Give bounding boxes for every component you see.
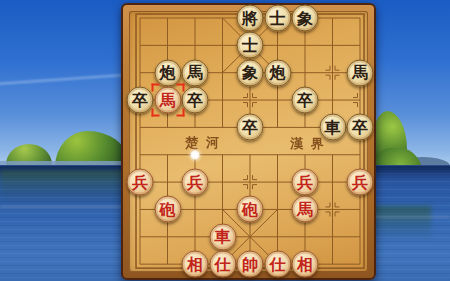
piece-red-horse[interactable]: 馬 <box>154 87 181 114</box>
piece-red-soldier[interactable]: 兵 <box>127 169 154 196</box>
piece-red-advisor[interactable]: 仕 <box>264 251 291 278</box>
piece-red-soldier[interactable]: 兵 <box>347 169 374 196</box>
tree-reflection-left <box>0 170 132 206</box>
piece-black-soldier[interactable]: 卒 <box>237 114 264 141</box>
xiangqi-board[interactable]: 楚河 漢界 將士象士炮馬象炮馬卒卒卒卒車卒馬兵兵兵兵砲砲馬車相仕帥仕相 <box>121 3 376 280</box>
piece-red-general[interactable]: 帥 <box>237 251 264 278</box>
piece-red-horse[interactable]: 馬 <box>292 196 319 223</box>
piece-red-chariot[interactable]: 車 <box>209 223 236 250</box>
piece-red-soldier[interactable]: 兵 <box>182 169 209 196</box>
piece-black-advisor[interactable]: 士 <box>237 32 264 59</box>
piece-black-horse[interactable]: 馬 <box>347 59 374 86</box>
game-scene: 楚河 漢界 將士象士炮馬象炮馬卒卒卒卒車卒馬兵兵兵兵砲砲馬車相仕帥仕相 <box>0 0 450 281</box>
piece-black-soldier[interactable]: 卒 <box>347 114 374 141</box>
piece-black-elephant[interactable]: 象 <box>292 5 319 32</box>
piece-red-advisor[interactable]: 仕 <box>209 251 236 278</box>
river-label-chu: 楚河 <box>185 134 227 152</box>
piece-black-cannon[interactable]: 炮 <box>154 59 181 86</box>
piece-black-soldier[interactable]: 卒 <box>127 87 154 114</box>
piece-red-cannon[interactable]: 砲 <box>154 196 181 223</box>
piece-black-horse[interactable]: 馬 <box>182 59 209 86</box>
piece-black-general[interactable]: 將 <box>237 5 264 32</box>
piece-black-elephant[interactable]: 象 <box>237 59 264 86</box>
water-light-streak <box>372 216 450 218</box>
piece-red-soldier[interactable]: 兵 <box>292 169 319 196</box>
piece-black-advisor[interactable]: 士 <box>264 5 291 32</box>
tree-reflection-right <box>371 206 431 240</box>
piece-black-chariot[interactable]: 車 <box>319 114 346 141</box>
piece-red-elephant[interactable]: 相 <box>182 251 209 278</box>
water-light-streak <box>0 206 130 208</box>
piece-black-cannon[interactable]: 炮 <box>264 59 291 86</box>
piece-red-cannon[interactable]: 砲 <box>237 196 264 223</box>
piece-black-soldier[interactable]: 卒 <box>292 87 319 114</box>
piece-red-elephant[interactable]: 相 <box>292 251 319 278</box>
piece-black-soldier[interactable]: 卒 <box>182 87 209 114</box>
